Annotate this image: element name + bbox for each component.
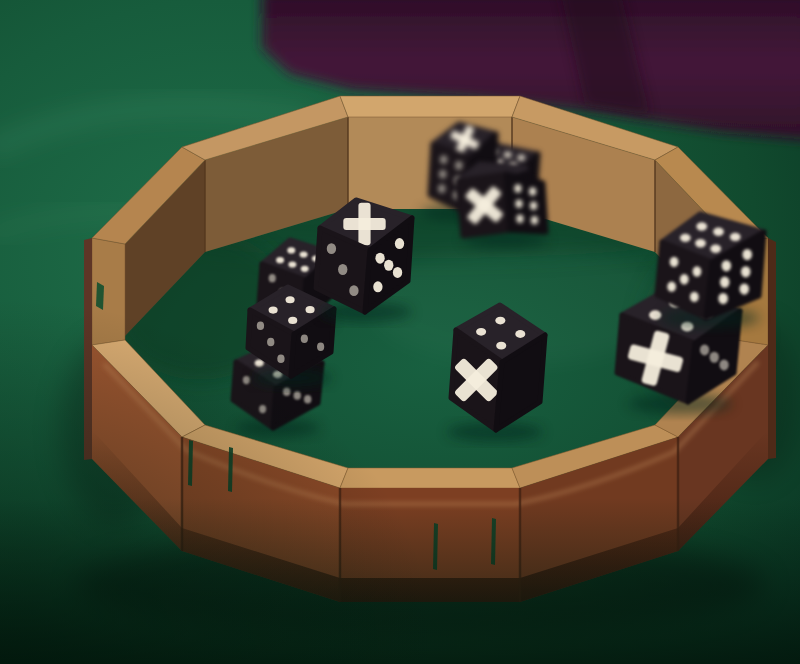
dice-tray-photo bbox=[0, 0, 800, 664]
vignette bbox=[0, 0, 800, 664]
photo-scene bbox=[0, 0, 800, 664]
